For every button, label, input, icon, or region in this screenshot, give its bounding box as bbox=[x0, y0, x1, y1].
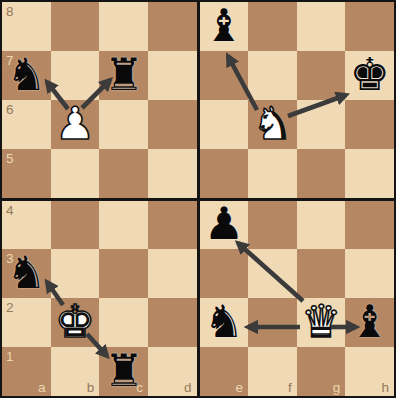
square-b4 bbox=[51, 201, 100, 250]
square-g3 bbox=[297, 249, 346, 298]
square-h4 bbox=[345, 201, 394, 250]
square-g5 bbox=[297, 149, 346, 198]
square-g2: ♛ bbox=[297, 298, 346, 347]
square-b7 bbox=[51, 51, 100, 100]
square-a5: 5 bbox=[2, 149, 51, 198]
square-h8 bbox=[345, 2, 394, 51]
square-a7: 7♞ bbox=[2, 51, 51, 100]
rank-label-8: 8 bbox=[6, 5, 14, 19]
file-label-h: h bbox=[381, 381, 389, 395]
chess-fork-diagrams: 87♞♜6♟5 ♝♚♞ 43♞2♚1abc♜d ♟♞♛♝efgh bbox=[0, 0, 396, 398]
black-bishop-e8: ♝ bbox=[204, 3, 244, 48]
square-e1: e bbox=[200, 347, 249, 396]
square-b3 bbox=[51, 249, 100, 298]
square-g1: g bbox=[297, 347, 346, 396]
file-label-a: a bbox=[38, 381, 46, 395]
square-e7 bbox=[200, 51, 249, 100]
white-knight-f6: ♞ bbox=[252, 101, 292, 146]
square-e5 bbox=[200, 149, 249, 198]
square-d4 bbox=[148, 201, 197, 250]
square-b8 bbox=[51, 2, 100, 51]
square-d8 bbox=[148, 2, 197, 51]
square-f1: f bbox=[248, 347, 297, 396]
square-a1: 1a bbox=[2, 347, 51, 396]
black-pawn-e4: ♟ bbox=[204, 201, 244, 246]
rank-label-6: 6 bbox=[6, 103, 14, 117]
square-h3 bbox=[345, 249, 394, 298]
white-king-b2: ♚ bbox=[55, 299, 95, 344]
square-f5 bbox=[248, 149, 297, 198]
square-a3: 3♞ bbox=[2, 249, 51, 298]
panel-knight-fork: ♝♚♞ bbox=[200, 2, 395, 198]
square-c8 bbox=[99, 2, 148, 51]
file-label-b: b bbox=[87, 381, 95, 395]
panel-queen-fork: ♟♞♛♝efgh bbox=[200, 201, 395, 397]
square-h2: ♝ bbox=[345, 298, 394, 347]
square-g7 bbox=[297, 51, 346, 100]
rank-label-5: 5 bbox=[6, 152, 14, 166]
square-c7: ♜ bbox=[99, 51, 148, 100]
square-d5 bbox=[148, 149, 197, 198]
square-h1: h bbox=[345, 347, 394, 396]
square-d2 bbox=[148, 298, 197, 347]
square-a2: 2 bbox=[2, 298, 51, 347]
square-c1: c♜ bbox=[99, 347, 148, 396]
square-g6 bbox=[297, 100, 346, 149]
rank-label-2: 2 bbox=[6, 301, 14, 315]
rank-label-1: 1 bbox=[6, 350, 14, 364]
black-knight-a3: ♞ bbox=[6, 250, 46, 295]
square-e8: ♝ bbox=[200, 2, 249, 51]
square-d1: d bbox=[148, 347, 197, 396]
square-e3 bbox=[200, 249, 249, 298]
black-rook-c7: ♜ bbox=[103, 52, 143, 97]
white-queen-g2: ♛ bbox=[301, 299, 341, 344]
square-c4 bbox=[99, 201, 148, 250]
square-b2: ♚ bbox=[51, 298, 100, 347]
square-d3 bbox=[148, 249, 197, 298]
square-h6 bbox=[345, 100, 394, 149]
square-a6: 6 bbox=[2, 100, 51, 149]
square-b5 bbox=[51, 149, 100, 198]
file-label-g: g bbox=[333, 381, 341, 395]
file-label-e: e bbox=[236, 381, 244, 395]
file-label-f: f bbox=[288, 381, 292, 395]
square-e2: ♞ bbox=[200, 298, 249, 347]
square-e4: ♟ bbox=[200, 201, 249, 250]
black-rook-c1: ♜ bbox=[103, 348, 143, 393]
black-bishop-h2: ♝ bbox=[350, 299, 390, 344]
square-c6 bbox=[99, 100, 148, 149]
square-d6 bbox=[148, 100, 197, 149]
square-b6: ♟ bbox=[51, 100, 100, 149]
panel-pawn-fork: 87♞♜6♟5 bbox=[2, 2, 197, 198]
square-f3 bbox=[248, 249, 297, 298]
rank-label-4: 4 bbox=[6, 204, 14, 218]
square-c2 bbox=[99, 298, 148, 347]
square-f7 bbox=[248, 51, 297, 100]
square-b1: b bbox=[51, 347, 100, 396]
square-h7: ♚ bbox=[345, 51, 394, 100]
square-a8: 8 bbox=[2, 2, 51, 51]
square-f2 bbox=[248, 298, 297, 347]
square-c5 bbox=[99, 149, 148, 198]
black-knight-e2: ♞ bbox=[204, 299, 244, 344]
file-label-d: d bbox=[184, 381, 192, 395]
panel-king-fork: 43♞2♚1abc♜d bbox=[2, 201, 197, 397]
white-pawn-b6: ♟ bbox=[55, 101, 95, 146]
square-e6 bbox=[200, 100, 249, 149]
square-f6: ♞ bbox=[248, 100, 297, 149]
black-knight-a7: ♞ bbox=[6, 52, 46, 97]
square-g4 bbox=[297, 201, 346, 250]
square-g8 bbox=[297, 2, 346, 51]
black-king-h7: ♚ bbox=[350, 52, 390, 97]
square-a4: 4 bbox=[2, 201, 51, 250]
square-f4 bbox=[248, 201, 297, 250]
square-d7 bbox=[148, 51, 197, 100]
square-f8 bbox=[248, 2, 297, 51]
square-h5 bbox=[345, 149, 394, 198]
square-c3 bbox=[99, 249, 148, 298]
